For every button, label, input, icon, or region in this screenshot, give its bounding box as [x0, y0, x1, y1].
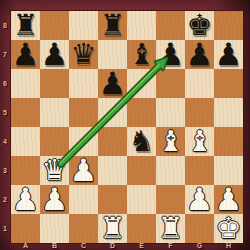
square-e2[interactable]: [127, 185, 156, 214]
square-g1[interactable]: [185, 214, 214, 243]
white-bishop[interactable]: ♝: [185, 127, 214, 155]
square-f5[interactable]: [156, 98, 185, 127]
square-e8[interactable]: [127, 11, 156, 40]
black-king[interactable]: ♚: [185, 11, 214, 39]
black-pawn[interactable]: ♟: [214, 40, 243, 68]
square-d1[interactable]: ♜: [98, 214, 127, 243]
square-a5[interactable]: [11, 98, 40, 127]
square-g4[interactable]: ♝: [185, 127, 214, 156]
white-bishop[interactable]: ♝: [156, 127, 185, 155]
white-king[interactable]: ♚: [214, 214, 243, 242]
white-pawn[interactable]: ♟: [185, 185, 214, 213]
file-label-a: A: [11, 242, 40, 250]
square-g7[interactable]: ♟: [185, 40, 214, 69]
square-f2[interactable]: [156, 185, 185, 214]
square-d6[interactable]: ♟: [98, 69, 127, 98]
square-d3[interactable]: [98, 156, 127, 185]
square-g5[interactable]: [185, 98, 214, 127]
square-h2[interactable]: ♟: [214, 185, 243, 214]
rank-label-7: 7: [0, 40, 10, 69]
square-b4[interactable]: [40, 127, 69, 156]
square-e3[interactable]: [127, 156, 156, 185]
square-d4[interactable]: [98, 127, 127, 156]
square-b6[interactable]: [40, 69, 69, 98]
square-b7[interactable]: ♟: [40, 40, 69, 69]
square-e4[interactable]: ♞: [127, 127, 156, 156]
black-knight[interactable]: ♞: [127, 127, 156, 155]
square-f4[interactable]: ♝: [156, 127, 185, 156]
black-pawn[interactable]: ♟: [40, 40, 69, 68]
white-queen[interactable]: ♛: [40, 156, 69, 184]
square-g2[interactable]: ♟: [185, 185, 214, 214]
black-rook[interactable]: ♜: [11, 11, 40, 39]
square-c5[interactable]: [69, 98, 98, 127]
square-d8[interactable]: ♜: [98, 11, 127, 40]
white-pawn[interactable]: ♟: [69, 156, 98, 184]
square-f7[interactable]: ♟: [156, 40, 185, 69]
black-pawn[interactable]: ♟: [156, 40, 185, 68]
square-b1[interactable]: [40, 214, 69, 243]
white-rook[interactable]: ♜: [98, 214, 127, 242]
square-a4[interactable]: [11, 127, 40, 156]
square-h4[interactable]: [214, 127, 243, 156]
rank-label-8: 8: [0, 11, 10, 40]
square-c8[interactable]: [69, 11, 98, 40]
square-g6[interactable]: [185, 69, 214, 98]
board: ♜♜♚♟♟♛♝♟♟♟♟♞♝♝♛♟♟♟♟♟♜♜♚: [11, 11, 243, 243]
file-label-b: B: [40, 242, 69, 250]
square-b2[interactable]: ♟: [40, 185, 69, 214]
file-label-e: E: [127, 242, 156, 250]
square-f1[interactable]: ♜: [156, 214, 185, 243]
rank-label-1: 1: [0, 214, 10, 243]
square-d5[interactable]: [98, 98, 127, 127]
rank-label-2: 2: [0, 185, 10, 214]
square-c2[interactable]: [69, 185, 98, 214]
square-c3[interactable]: ♟: [69, 156, 98, 185]
square-h6[interactable]: [214, 69, 243, 98]
square-e5[interactable]: [127, 98, 156, 127]
square-b5[interactable]: [40, 98, 69, 127]
file-label-g: G: [185, 242, 214, 250]
square-f6[interactable]: [156, 69, 185, 98]
black-pawn[interactable]: ♟: [185, 40, 214, 68]
square-h1[interactable]: ♚: [214, 214, 243, 243]
file-label-c: C: [69, 242, 98, 250]
square-c7[interactable]: ♛: [69, 40, 98, 69]
square-a1[interactable]: [11, 214, 40, 243]
square-d2[interactable]: [98, 185, 127, 214]
square-e6[interactable]: [127, 69, 156, 98]
white-rook[interactable]: ♜: [156, 214, 185, 242]
square-h5[interactable]: [214, 98, 243, 127]
square-h7[interactable]: ♟: [214, 40, 243, 69]
white-pawn[interactable]: ♟: [11, 185, 40, 213]
square-e7[interactable]: ♝: [127, 40, 156, 69]
black-pawn[interactable]: ♟: [98, 69, 127, 97]
black-rook[interactable]: ♜: [98, 11, 127, 39]
white-pawn[interactable]: ♟: [40, 185, 69, 213]
rank-label-4: 4: [0, 127, 10, 156]
rank-label-5: 5: [0, 98, 10, 127]
black-pawn[interactable]: ♟: [11, 40, 40, 68]
square-a6[interactable]: [11, 69, 40, 98]
square-a7[interactable]: ♟: [11, 40, 40, 69]
black-queen[interactable]: ♛: [69, 40, 98, 68]
square-c6[interactable]: [69, 69, 98, 98]
rank-label-3: 3: [0, 156, 10, 185]
rank-label-6: 6: [0, 69, 10, 98]
square-a2[interactable]: ♟: [11, 185, 40, 214]
chess-board-panel: ♜♜♚♟♟♛♝♟♟♟♟♞♝♝♛♟♟♟♟♟♜♜♚ 87654321 ABCDEFG…: [0, 0, 250, 250]
black-bishop[interactable]: ♝: [127, 40, 156, 68]
white-pawn[interactable]: ♟: [214, 185, 243, 213]
square-f3[interactable]: [156, 156, 185, 185]
square-c1[interactable]: [69, 214, 98, 243]
square-e1[interactable]: [127, 214, 156, 243]
